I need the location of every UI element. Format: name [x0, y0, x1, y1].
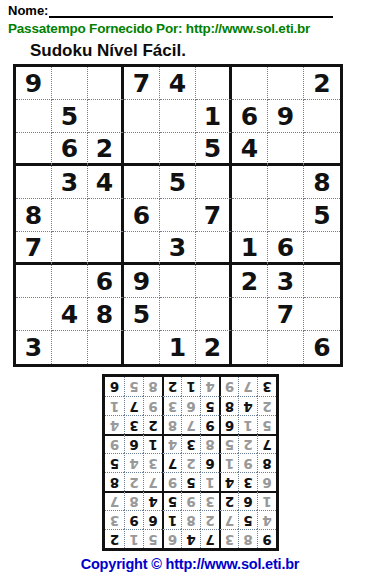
solution-cell-r8c4: 5 — [200, 396, 219, 415]
puzzle-cell-r8c4: 5 — [124, 298, 160, 331]
puzzle-cell-r2c9 — [304, 100, 340, 133]
solution-cell-r4c6: 9 — [162, 472, 181, 491]
solution-cell-r2c4: 2 — [200, 510, 219, 529]
puzzle-cell-r5c7 — [232, 199, 268, 232]
puzzle-cell-r4c7 — [232, 166, 268, 199]
puzzle-cell-r2c2: 5 — [52, 100, 88, 133]
solution-cell-r4c2: 3 — [238, 472, 257, 491]
puzzle-cell-r3c9 — [304, 133, 340, 166]
puzzle-cell-r9c7 — [232, 331, 268, 364]
puzzle-cell-r6c8: 6 — [268, 232, 304, 265]
solution-cell-r2c7: 6 — [143, 510, 162, 529]
solution-cell-r9c5: 1 — [181, 377, 200, 396]
puzzle-cell-r7c2 — [52, 265, 88, 298]
solution-cell-r9c1: 3 — [257, 377, 276, 396]
puzzle-cell-r5c9: 5 — [304, 199, 340, 232]
puzzle-cell-r7c9 — [304, 265, 340, 298]
solution-cell-r4c8: 2 — [124, 472, 143, 491]
solution-cell-r1c9: 2 — [105, 529, 124, 548]
solution-cell-r7c7: 2 — [143, 415, 162, 434]
puzzle-cell-r8c8: 7 — [268, 298, 304, 331]
puzzle-cell-r8c5 — [160, 298, 196, 331]
solution-cell-r4c7: 7 — [143, 472, 162, 491]
puzzle-cell-r3c3: 2 — [88, 133, 124, 166]
puzzle-cell-r8c2: 4 — [52, 298, 88, 331]
name-label: Nome: — [8, 3, 48, 18]
puzzle-cell-r6c4 — [124, 232, 160, 265]
solution-cell-r3c5: 9 — [181, 491, 200, 510]
solution-cell-r5c9: 5 — [105, 453, 124, 472]
page-title: Sudoku Nível Fácil. — [30, 41, 186, 61]
puzzle-cell-r3c4 — [124, 133, 160, 166]
puzzle-cell-r1c9: 2 — [304, 67, 340, 100]
solution-cell-r5c6: 7 — [162, 453, 181, 472]
solution-cell-r6c4: 8 — [200, 434, 219, 453]
solution-cell-r1c2: 8 — [238, 529, 257, 548]
provided-by-text: Passatempo Fornecido Por: http://www.sol… — [8, 21, 310, 36]
solution-cell-r3c6: 5 — [162, 491, 181, 510]
puzzle-cell-r7c4: 9 — [124, 265, 160, 298]
solution-cell-r2c1: 4 — [257, 510, 276, 529]
solution-cell-r3c8: 8 — [124, 491, 143, 510]
solution-cell-r5c2: 9 — [238, 453, 257, 472]
puzzle-cell-r9c8 — [268, 331, 304, 364]
solution-cell-r8c2: 4 — [238, 396, 257, 415]
solution-cell-r3c1: 1 — [257, 491, 276, 510]
solution-cell-r5c4: 6 — [200, 453, 219, 472]
solution-cell-r1c6: 6 — [162, 529, 181, 548]
puzzle-cell-r1c3 — [88, 67, 124, 100]
puzzle-cell-r4c3: 4 — [88, 166, 124, 199]
puzzle-cell-r1c8 — [268, 67, 304, 100]
puzzle-cell-r6c6 — [196, 232, 232, 265]
solution-cell-r2c3: 7 — [219, 510, 238, 529]
puzzle-cell-r4c4 — [124, 166, 160, 199]
solution-cell-r4c3: 4 — [219, 472, 238, 491]
puzzle-cell-r2c7: 6 — [232, 100, 268, 133]
puzzle-cell-r1c7 — [232, 67, 268, 100]
puzzle-cell-r7c6 — [196, 265, 232, 298]
puzzle-cell-r4c1 — [16, 166, 52, 199]
solution-cell-r6c9: 9 — [105, 434, 124, 453]
puzzle-cell-r4c9: 8 — [304, 166, 340, 199]
solution-cell-r9c4: 4 — [200, 377, 219, 396]
solution-cell-r2c9: 3 — [105, 510, 124, 529]
puzzle-cell-r3c7: 4 — [232, 133, 268, 166]
puzzle-cell-r5c6: 7 — [196, 199, 232, 232]
solution-cell-r7c6: 8 — [162, 415, 181, 434]
puzzle-cell-r8c9 — [304, 298, 340, 331]
puzzle-cell-r3c1 — [16, 133, 52, 166]
solution-cell-r9c6: 2 — [162, 377, 181, 396]
puzzle-cell-r2c5 — [160, 100, 196, 133]
solution-cell-r9c8: 5 — [124, 377, 143, 396]
solution-cell-r4c9: 8 — [105, 472, 124, 491]
puzzle-cell-r9c4 — [124, 331, 160, 364]
puzzle-cell-r6c3 — [88, 232, 124, 265]
puzzle-cell-r6c5: 3 — [160, 232, 196, 265]
sudoku-puzzle-grid: 974251696254345886757316692348573126 — [13, 64, 343, 367]
puzzle-cell-r5c2 — [52, 199, 88, 232]
puzzle-cell-r1c5: 4 — [160, 67, 196, 100]
puzzle-cell-r7c7: 2 — [232, 265, 268, 298]
puzzle-cell-r9c3 — [88, 331, 124, 364]
puzzle-cell-r8c1 — [16, 298, 52, 331]
puzzle-cell-r9c2 — [52, 331, 88, 364]
puzzle-cell-r5c1: 8 — [16, 199, 52, 232]
solution-cell-r1c5: 4 — [181, 529, 200, 548]
solution-cell-r9c2: 7 — [238, 377, 257, 396]
solution-cell-r9c9: 6 — [105, 377, 124, 396]
puzzle-cell-r1c6 — [196, 67, 232, 100]
puzzle-cell-r8c6 — [196, 298, 232, 331]
puzzle-cell-r3c8 — [268, 133, 304, 166]
puzzle-cell-r4c5: 5 — [160, 166, 196, 199]
name-row: Nome: — [8, 2, 333, 18]
solution-cell-r2c2: 5 — [238, 510, 257, 529]
puzzle-cell-r4c2: 3 — [52, 166, 88, 199]
solution-cell-r4c5: 5 — [181, 472, 200, 491]
solution-cell-r7c9: 4 — [105, 415, 124, 434]
solution-cell-r2c8: 9 — [124, 510, 143, 529]
solution-cell-r6c6: 4 — [162, 434, 181, 453]
solution-cell-r3c2: 6 — [238, 491, 257, 510]
puzzle-cell-r7c5 — [160, 265, 196, 298]
solution-cell-r6c2: 2 — [238, 434, 257, 453]
puzzle-cell-r8c7 — [232, 298, 268, 331]
puzzle-cell-r7c8: 3 — [268, 265, 304, 298]
solution-cell-r8c3: 8 — [219, 396, 238, 415]
puzzle-cell-r2c4 — [124, 100, 160, 133]
solution-cell-r9c7: 8 — [143, 377, 162, 396]
puzzle-cell-r6c1: 7 — [16, 232, 52, 265]
solution-cell-r2c6: 1 — [162, 510, 181, 529]
solution-cell-r1c8: 1 — [124, 529, 143, 548]
solution-cell-r2c5: 8 — [181, 510, 200, 529]
solution-cell-r8c7: 9 — [143, 396, 162, 415]
puzzle-cell-r5c3 — [88, 199, 124, 232]
puzzle-cell-r7c3: 6 — [88, 265, 124, 298]
puzzle-cell-r5c5 — [160, 199, 196, 232]
solution-cell-r8c8: 7 — [124, 396, 143, 415]
solution-cell-r6c7: 1 — [143, 434, 162, 453]
solution-cell-r3c3: 2 — [219, 491, 238, 510]
puzzle-cell-r3c5 — [160, 133, 196, 166]
solution-cell-r5c1: 8 — [257, 453, 276, 472]
page: Nome: Passatempo Fornecido Por: http://w… — [0, 0, 380, 585]
puzzle-cell-r2c3 — [88, 100, 124, 133]
solution-cell-r3c4: 3 — [200, 491, 219, 510]
puzzle-cell-r1c4: 7 — [124, 67, 160, 100]
puzzle-cell-r8c3: 8 — [88, 298, 124, 331]
copyright-text: Copyright © http://www.sol.eti.br — [0, 556, 380, 572]
puzzle-cell-r1c1: 9 — [16, 67, 52, 100]
puzzle-cell-r6c7: 1 — [232, 232, 268, 265]
solution-cell-r1c4: 7 — [200, 529, 219, 548]
puzzle-cell-r9c6: 2 — [196, 331, 232, 364]
puzzle-cell-r2c8: 9 — [268, 100, 304, 133]
solution-cell-r5c3: 1 — [219, 453, 238, 472]
solution-cell-r5c7: 3 — [143, 453, 162, 472]
solution-cell-r4c1: 6 — [257, 472, 276, 491]
solution-cell-r3c7: 4 — [143, 491, 162, 510]
puzzle-cell-r3c6: 5 — [196, 133, 232, 166]
solution-cell-r8c1: 2 — [257, 396, 276, 415]
puzzle-cell-r9c5: 1 — [160, 331, 196, 364]
solution-cell-r6c5: 3 — [181, 434, 200, 453]
puzzle-cell-r5c4: 6 — [124, 199, 160, 232]
sudoku-solution-grid-rotated: 9837465124572816931623954876341597288916… — [102, 374, 279, 551]
solution-cell-r8c6: 3 — [162, 396, 181, 415]
solution-cell-r5c5: 2 — [181, 453, 200, 472]
solution-cell-r7c3: 6 — [219, 415, 238, 434]
puzzle-cell-r7c1 — [16, 265, 52, 298]
solution-cell-r7c4: 9 — [200, 415, 219, 434]
solution-cell-r7c1: 5 — [257, 415, 276, 434]
puzzle-cell-r9c1: 3 — [16, 331, 52, 364]
solution-cell-r1c7: 5 — [143, 529, 162, 548]
puzzle-cell-r2c6: 1 — [196, 100, 232, 133]
solution-cell-r6c8: 6 — [124, 434, 143, 453]
puzzle-cell-r6c9 — [304, 232, 340, 265]
solution-cell-r8c5: 6 — [181, 396, 200, 415]
puzzle-cell-r1c2 — [52, 67, 88, 100]
solution-cell-r6c1: 7 — [257, 434, 276, 453]
solution-cell-r6c3: 5 — [219, 434, 238, 453]
solution-cell-r3c9: 7 — [105, 491, 124, 510]
solution-cell-r7c8: 3 — [124, 415, 143, 434]
solution-cell-r4c4: 1 — [200, 472, 219, 491]
solution-cell-r7c5: 7 — [181, 415, 200, 434]
solution-cell-r5c8: 4 — [124, 453, 143, 472]
solution-cell-r1c1: 9 — [257, 529, 276, 548]
puzzle-cell-r2c1 — [16, 100, 52, 133]
solution-cell-r8c9: 1 — [105, 396, 124, 415]
puzzle-cell-r6c2 — [52, 232, 88, 265]
puzzle-cell-r4c6 — [196, 166, 232, 199]
puzzle-cell-r5c8 — [268, 199, 304, 232]
solution-cell-r7c2: 1 — [238, 415, 257, 434]
puzzle-cell-r3c2: 6 — [52, 133, 88, 166]
solution-cell-r1c3: 3 — [219, 529, 238, 548]
name-blank-line — [49, 2, 333, 18]
solution-cell-r9c3: 9 — [219, 377, 238, 396]
puzzle-cell-r4c8 — [268, 166, 304, 199]
puzzle-cell-r9c9: 6 — [304, 331, 340, 364]
